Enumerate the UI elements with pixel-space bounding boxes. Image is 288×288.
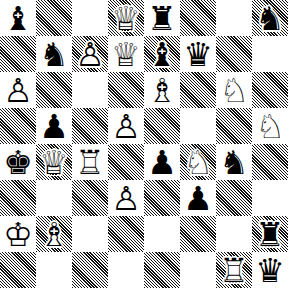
black-pawn-icon: ♟ <box>180 180 216 216</box>
square-d5[interactable]: ♟♙ <box>108 108 144 144</box>
square-a4[interactable]: ♚ <box>0 144 36 180</box>
square-c2[interactable] <box>72 216 108 252</box>
black-queen-icon: ♛ <box>180 36 216 72</box>
square-e7[interactable]: ♝ <box>144 36 180 72</box>
square-f8[interactable] <box>180 0 216 36</box>
square-e4[interactable]: ♟ <box>144 144 180 180</box>
square-e6[interactable]: ♝♗ <box>144 72 180 108</box>
black-pawn-icon: ♟ <box>36 108 72 144</box>
white-pawn-outline-icon: ♙ <box>108 108 144 144</box>
square-g1[interactable]: ♜♖ <box>216 252 252 288</box>
square-d1[interactable] <box>108 252 144 288</box>
square-b4[interactable]: ♛♕ <box>36 144 72 180</box>
white-queen-icon: ♛ <box>108 0 144 36</box>
square-h4[interactable] <box>252 144 288 180</box>
square-h1[interactable]: ♛ <box>252 252 288 288</box>
square-c5[interactable] <box>72 108 108 144</box>
square-f1[interactable] <box>180 252 216 288</box>
square-b7[interactable]: ♞ <box>36 36 72 72</box>
white-knight-icon: ♞ <box>180 144 216 180</box>
square-a7[interactable] <box>0 36 36 72</box>
black-bishop-icon: ♝ <box>144 36 180 72</box>
square-c3[interactable] <box>72 180 108 216</box>
white-pawn-outline-icon: ♙ <box>108 180 144 216</box>
square-c1[interactable] <box>72 252 108 288</box>
square-h6[interactable] <box>252 72 288 108</box>
square-d4[interactable] <box>108 144 144 180</box>
white-pawn-icon: ♟ <box>108 180 144 216</box>
square-d8[interactable]: ♛♕ <box>108 0 144 36</box>
square-f4[interactable]: ♞♘ <box>180 144 216 180</box>
square-b2[interactable]: ♝♗ <box>36 216 72 252</box>
square-d3[interactable]: ♟♙ <box>108 180 144 216</box>
black-pawn-icon: ♟ <box>144 144 180 180</box>
white-knight-icon: ♞ <box>252 108 288 144</box>
square-a2[interactable]: ♚♔ <box>0 216 36 252</box>
square-g7[interactable] <box>216 36 252 72</box>
black-king-icon: ♚ <box>0 144 36 180</box>
white-bishop-icon: ♝ <box>36 216 72 252</box>
black-rook-icon: ♜ <box>252 216 288 252</box>
square-d6[interactable] <box>108 72 144 108</box>
white-queen-outline-icon: ♕ <box>108 0 144 36</box>
white-rook-icon: ♜ <box>216 252 252 288</box>
square-a3[interactable] <box>0 180 36 216</box>
square-b3[interactable] <box>36 180 72 216</box>
square-f5[interactable] <box>180 108 216 144</box>
square-g5[interactable] <box>216 108 252 144</box>
square-a8[interactable]: ♝ <box>0 0 36 36</box>
square-h2[interactable]: ♜ <box>252 216 288 252</box>
white-bishop-icon: ♝ <box>144 72 180 108</box>
square-b1[interactable] <box>36 252 72 288</box>
black-knight-icon: ♞ <box>252 0 288 36</box>
square-b5[interactable]: ♟ <box>36 108 72 144</box>
square-b6[interactable] <box>36 72 72 108</box>
square-c7[interactable]: ♟♙ <box>72 36 108 72</box>
square-e5[interactable] <box>144 108 180 144</box>
square-a5[interactable] <box>0 108 36 144</box>
square-h5[interactable]: ♞♘ <box>252 108 288 144</box>
square-g6[interactable]: ♞♘ <box>216 72 252 108</box>
square-a6[interactable]: ♟♙ <box>0 72 36 108</box>
chess-board: ♝♛♕♜♞♞♟♙♛♕♝♛♟♙♝♗♞♘♟♟♙♞♘♚♛♕♜♖♟♞♘♞♟♙♟♚♔♝♗♜… <box>0 0 288 288</box>
white-knight-outline-icon: ♘ <box>252 108 288 144</box>
square-e2[interactable] <box>144 216 180 252</box>
square-g2[interactable] <box>216 216 252 252</box>
square-d2[interactable] <box>108 216 144 252</box>
square-f3[interactable]: ♟ <box>180 180 216 216</box>
square-a1[interactable] <box>0 252 36 288</box>
white-pawn-outline-icon: ♙ <box>0 72 36 108</box>
square-e1[interactable] <box>144 252 180 288</box>
square-h3[interactable] <box>252 180 288 216</box>
white-queen-icon: ♛ <box>36 144 72 180</box>
white-rook-outline-icon: ♖ <box>216 252 252 288</box>
square-h8[interactable]: ♞ <box>252 0 288 36</box>
square-e8[interactable]: ♜ <box>144 0 180 36</box>
square-b8[interactable] <box>36 0 72 36</box>
white-bishop-outline-icon: ♗ <box>36 216 72 252</box>
white-knight-outline-icon: ♘ <box>180 144 216 180</box>
square-f2[interactable] <box>180 216 216 252</box>
white-pawn-icon: ♟ <box>108 108 144 144</box>
square-c4[interactable]: ♜♖ <box>72 144 108 180</box>
white-pawn-outline-icon: ♙ <box>72 36 108 72</box>
white-queen-icon: ♛ <box>108 36 144 72</box>
white-pawn-icon: ♟ <box>0 72 36 108</box>
square-c8[interactable] <box>72 0 108 36</box>
white-queen-outline-icon: ♕ <box>36 144 72 180</box>
square-f6[interactable] <box>180 72 216 108</box>
white-queen-outline-icon: ♕ <box>108 36 144 72</box>
white-rook-outline-icon: ♖ <box>72 144 108 180</box>
square-c6[interactable] <box>72 72 108 108</box>
black-knight-icon: ♞ <box>36 36 72 72</box>
white-knight-outline-icon: ♘ <box>216 72 252 108</box>
white-king-icon: ♚ <box>0 216 36 252</box>
square-g4[interactable]: ♞ <box>216 144 252 180</box>
square-g8[interactable] <box>216 0 252 36</box>
white-king-outline-icon: ♔ <box>0 216 36 252</box>
black-knight-icon: ♞ <box>216 144 252 180</box>
black-queen-icon: ♛ <box>252 252 288 288</box>
black-rook-icon: ♜ <box>144 0 180 36</box>
square-g3[interactable] <box>216 180 252 216</box>
square-e3[interactable] <box>144 180 180 216</box>
white-pawn-icon: ♟ <box>72 36 108 72</box>
white-knight-icon: ♞ <box>216 72 252 108</box>
square-h7[interactable] <box>252 36 288 72</box>
black-bishop-icon: ♝ <box>0 0 36 36</box>
square-d7[interactable]: ♛♕ <box>108 36 144 72</box>
white-rook-icon: ♜ <box>72 144 108 180</box>
white-bishop-outline-icon: ♗ <box>144 72 180 108</box>
square-f7[interactable]: ♛ <box>180 36 216 72</box>
